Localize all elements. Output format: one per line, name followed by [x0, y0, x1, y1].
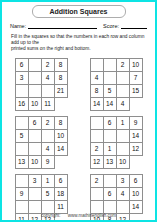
given-cell: 8 [91, 85, 104, 98]
given-cell: 3 [29, 175, 42, 188]
empty-cell[interactable] [104, 201, 117, 214]
empty-cell[interactable] [117, 143, 130, 156]
page-title: Addition Squares [32, 5, 126, 18]
row-sum-cell: 14 [130, 201, 143, 214]
empty-cell[interactable] [91, 117, 104, 130]
given-cell: 4 [42, 72, 55, 85]
col-sum-cell: 10 [29, 98, 42, 111]
score-label: Score: [103, 23, 119, 29]
addition-square-grid-3: 62851041413109 [15, 116, 68, 169]
corner-spacer [55, 98, 68, 111]
row-sum-cell: 14 [130, 130, 143, 143]
website-text: www.mathinenglish.com [68, 213, 116, 218]
col-sum-cell: 4 [117, 98, 130, 111]
row-sum-cell: 11 [55, 201, 68, 214]
empty-cell[interactable] [16, 175, 29, 188]
given-cell: 6 [16, 59, 29, 72]
footer: copyright: www.mathinenglish.com [2, 213, 155, 218]
score-field[interactable] [121, 22, 147, 29]
empty-cell[interactable] [42, 130, 55, 143]
row-sum-cell: 8 [55, 72, 68, 85]
empty-cell[interactable] [117, 130, 130, 143]
given-cell: 2 [42, 59, 55, 72]
given-cell: 2 [91, 175, 104, 188]
empty-cell[interactable] [104, 175, 117, 188]
col-sum-cell: 13 [104, 156, 117, 169]
copyright-label: copyright: [41, 213, 61, 218]
empty-cell[interactable] [91, 59, 104, 72]
empty-cell[interactable] [104, 130, 117, 143]
empty-cell[interactable] [104, 72, 117, 85]
given-cell: 4 [117, 188, 130, 201]
col-sum-cell: 12 [91, 156, 104, 169]
col-sum-cell: 10 [117, 156, 130, 169]
empty-cell[interactable] [117, 85, 130, 98]
given-cell: 6 [104, 117, 117, 130]
worksheet-page: Addition Squares Name: Score: Fill in th… [0, 0, 157, 222]
corner-spacer [130, 98, 143, 111]
addition-square-grid-2: 21047851514144 [90, 58, 143, 111]
given-cell: 2 [42, 117, 55, 130]
given-cell: 6 [29, 117, 42, 130]
col-sum-cell: 9 [42, 156, 55, 169]
empty-cell[interactable] [117, 201, 130, 214]
empty-cell[interactable] [16, 143, 29, 156]
name-label: Name: [10, 23, 26, 29]
row-sum-cell: 10 [130, 188, 143, 201]
row-sum-cell: 6 [130, 175, 143, 188]
col-sum-cell: 16 [16, 98, 29, 111]
row-sum-cell: 7 [130, 72, 143, 85]
empty-cell[interactable] [117, 72, 130, 85]
empty-cell[interactable] [29, 130, 42, 143]
col-sum-cell: 13 [16, 156, 29, 169]
name-score-row: Name: Score: [10, 22, 147, 29]
puzzle-grid-area: 62834821161011 21047851514144 6285104141… [2, 58, 155, 222]
given-cell: 1 [104, 143, 117, 156]
row-sum-cell: 15 [130, 85, 143, 98]
row-sum-cell: 6 [55, 175, 68, 188]
name-field[interactable] [28, 22, 97, 29]
empty-cell[interactable] [29, 188, 42, 201]
row-sum-cell: 18 [55, 188, 68, 201]
given-cell: 5 [42, 188, 55, 201]
empty-cell[interactable] [29, 72, 42, 85]
corner-spacer [130, 156, 143, 169]
given-cell: 2 [117, 59, 130, 72]
addition-square-grid-1: 62834821161011 [15, 58, 68, 111]
empty-cell[interactable] [16, 117, 29, 130]
instructions-line-1: Fill in the squares so that the numbers … [11, 34, 146, 46]
given-cell: 3 [16, 72, 29, 85]
col-sum-cell: 14 [91, 98, 104, 111]
empty-cell[interactable] [16, 85, 29, 98]
empty-cell[interactable] [104, 59, 117, 72]
given-cell: 6 [104, 188, 117, 201]
addition-square-grid-4: 619142112121310 [90, 116, 143, 169]
empty-cell[interactable] [91, 201, 104, 214]
given-cell: 9 [16, 188, 29, 201]
row-sum-cell: 9 [130, 117, 143, 130]
empty-cell[interactable] [42, 201, 55, 214]
row-sum-cell: 10 [130, 59, 143, 72]
row-sum-cell: 21 [55, 85, 68, 98]
row-sum-cell: 8 [55, 59, 68, 72]
given-cell: 5 [16, 130, 29, 143]
empty-cell[interactable] [91, 130, 104, 143]
corner-spacer [55, 156, 68, 169]
given-cell: 2 [91, 143, 104, 156]
given-cell: 3 [117, 175, 130, 188]
given-cell: 4 [42, 143, 55, 156]
row-sum-cell: 10 [55, 130, 68, 143]
empty-cell[interactable] [29, 201, 42, 214]
given-cell: 4 [91, 72, 104, 85]
empty-cell[interactable] [29, 143, 42, 156]
instructions: Fill in the squares so that the numbers … [11, 34, 146, 53]
empty-cell[interactable] [29, 85, 42, 98]
empty-cell[interactable] [29, 59, 42, 72]
empty-cell[interactable] [16, 201, 29, 214]
empty-cell[interactable] [91, 188, 104, 201]
instructions-line-2: printed sums on the right and bottom. [11, 46, 146, 52]
given-cell: 5 [104, 85, 117, 98]
row-sum-cell: 14 [55, 143, 68, 156]
given-cell: 1 [117, 117, 130, 130]
row-sum-cell: 8 [55, 117, 68, 130]
col-sum-cell: 11 [42, 98, 55, 111]
empty-cell[interactable] [42, 85, 55, 98]
given-cell: 1 [42, 175, 55, 188]
col-sum-cell: 14 [104, 98, 117, 111]
row-sum-cell: 12 [130, 143, 143, 156]
col-sum-cell: 10 [29, 156, 42, 169]
